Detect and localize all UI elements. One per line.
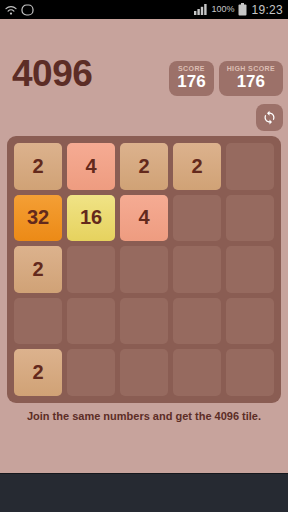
game-app: 4096 SCORE 176 HIGH SCORE 176 2422321642… xyxy=(0,19,288,473)
board-cell: 2 xyxy=(14,143,62,190)
game-board[interactable]: 24223216422 xyxy=(7,136,281,403)
tile-2: 2 xyxy=(173,143,221,190)
board-cell xyxy=(14,298,62,345)
board-cell: 2 xyxy=(14,349,62,396)
board-cell xyxy=(120,349,168,396)
board-cell xyxy=(226,195,274,242)
tile-4: 4 xyxy=(120,195,168,242)
board-cell: 4 xyxy=(120,195,168,242)
board-cell: 4 xyxy=(67,143,115,190)
status-bar-right: 100% 19:23 xyxy=(194,3,283,16)
app-outline-icon xyxy=(21,4,34,16)
tile-4: 4 xyxy=(67,143,115,190)
board-cell xyxy=(226,349,274,396)
battery-icon xyxy=(238,3,247,16)
high-score-box: HIGH SCORE 176 xyxy=(219,61,283,96)
status-bar: 100% 19:23 xyxy=(0,0,288,19)
tile-2: 2 xyxy=(14,143,62,190)
board-cell xyxy=(67,298,115,345)
instruction-text: Join the same numbers and get the 4096 t… xyxy=(0,410,288,422)
score-value: 176 xyxy=(177,72,205,92)
tile-2: 2 xyxy=(120,143,168,190)
board-cell: 2 xyxy=(120,143,168,190)
wifi-icon xyxy=(5,5,17,15)
board-cell xyxy=(173,298,221,345)
tile-16: 16 xyxy=(67,195,115,242)
status-bar-left xyxy=(5,4,34,16)
board-cell: 16 xyxy=(67,195,115,242)
phone-screen: 100% 19:23 4096 SCORE 176 HIGH SCORE 176 xyxy=(0,0,288,512)
board-cell: 32 xyxy=(14,195,62,242)
board-cell xyxy=(120,246,168,293)
board-cell xyxy=(226,298,274,345)
board-cell xyxy=(67,349,115,396)
board-cell xyxy=(226,246,274,293)
board-cell xyxy=(173,195,221,242)
android-nav-bar xyxy=(0,473,288,512)
board-cell xyxy=(173,246,221,293)
score-panel: SCORE 176 HIGH SCORE 176 xyxy=(169,61,283,96)
signal-strength-icon xyxy=(194,4,207,15)
tile-32: 32 xyxy=(14,195,62,242)
high-score-label: HIGH SCORE xyxy=(227,65,275,72)
board-cell xyxy=(173,349,221,396)
board-cell xyxy=(67,246,115,293)
board-cell xyxy=(226,143,274,190)
tile-2: 2 xyxy=(14,246,62,293)
sync-icon xyxy=(262,110,277,125)
restart-button[interactable] xyxy=(256,104,283,131)
status-time: 19:23 xyxy=(251,4,283,16)
score-label: SCORE xyxy=(178,65,205,72)
tile-2: 2 xyxy=(14,349,62,396)
board-cell xyxy=(120,298,168,345)
board-cell: 2 xyxy=(173,143,221,190)
score-box: SCORE 176 xyxy=(169,61,213,96)
board-cell: 2 xyxy=(14,246,62,293)
battery-percent: 100% xyxy=(211,5,234,14)
high-score-value: 176 xyxy=(237,72,265,92)
app-title: 4096 xyxy=(12,55,92,92)
